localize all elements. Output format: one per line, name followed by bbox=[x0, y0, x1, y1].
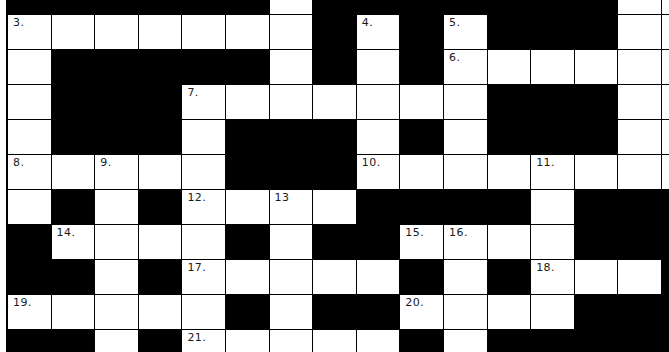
cell-r8c5[interactable]: 17. bbox=[182, 260, 226, 295]
cell-r0c11 bbox=[444, 0, 488, 15]
cell-r6c11 bbox=[444, 190, 488, 225]
cell-r0c3 bbox=[95, 0, 139, 15]
cell-r4c10 bbox=[400, 120, 444, 155]
cell-r8c8[interactable] bbox=[313, 260, 357, 295]
cell-r0c13 bbox=[531, 0, 575, 15]
cell-r9c7[interactable] bbox=[270, 295, 314, 330]
cell-r2c4 bbox=[139, 50, 183, 85]
crossword-grid: 3.4.5.6.7.8.9.10.11.12.1314.15.16.17.18.… bbox=[6, 0, 669, 352]
cell-r5c12[interactable] bbox=[488, 155, 532, 190]
cell-r2c6 bbox=[226, 50, 270, 85]
cell-r3c6[interactable] bbox=[226, 85, 270, 120]
cell-r3c8[interactable] bbox=[313, 85, 357, 120]
cell-r1c4[interactable] bbox=[139, 15, 183, 50]
cell-r10c16 bbox=[662, 330, 669, 352]
cell-r4c1[interactable] bbox=[8, 120, 52, 155]
cell-r5c4[interactable] bbox=[139, 155, 183, 190]
cell-r4c5[interactable] bbox=[182, 120, 226, 155]
cell-r6c14 bbox=[575, 190, 619, 225]
cell-r7c8 bbox=[313, 225, 357, 260]
cell-r4c15[interactable] bbox=[618, 120, 662, 155]
cell-r6c12 bbox=[488, 190, 532, 225]
cell-r8c11[interactable] bbox=[444, 260, 488, 295]
cell-r7c16 bbox=[662, 225, 669, 260]
cell-r1c7[interactable] bbox=[270, 15, 314, 50]
cell-r6c10 bbox=[400, 190, 444, 225]
cell-r7c2[interactable]: 14. bbox=[52, 225, 96, 260]
cell-r8c2 bbox=[52, 260, 96, 295]
cell-r1c3[interactable] bbox=[95, 15, 139, 50]
cell-r7c11[interactable]: 16. bbox=[444, 225, 488, 260]
cell-r10c2 bbox=[52, 330, 96, 352]
cell-r5c15[interactable] bbox=[618, 155, 662, 190]
cell-r5c10[interactable] bbox=[400, 155, 444, 190]
cell-r9c10[interactable]: 20. bbox=[400, 295, 444, 330]
cell-r3c2 bbox=[52, 85, 96, 120]
cell-r9c1[interactable]: 19. bbox=[8, 295, 52, 330]
cell-r0c10 bbox=[400, 0, 444, 15]
cell-r9c8 bbox=[313, 295, 357, 330]
cell-r3c11[interactable] bbox=[444, 85, 488, 120]
cell-r10c1 bbox=[8, 330, 52, 352]
cell-r7c5[interactable] bbox=[182, 225, 226, 260]
cell-r9c2[interactable] bbox=[52, 295, 96, 330]
cell-r7c7[interactable] bbox=[270, 225, 314, 260]
cell-r10c4 bbox=[139, 330, 183, 352]
cell-r9c13[interactable] bbox=[531, 295, 575, 330]
cell-r0c7[interactable] bbox=[270, 0, 314, 15]
cell-r8c4 bbox=[139, 260, 183, 295]
cell-r6c15 bbox=[618, 190, 662, 225]
cell-r2c16[interactable] bbox=[662, 50, 669, 85]
cell-r10c15 bbox=[618, 330, 662, 352]
clue-number: 16. bbox=[449, 227, 468, 238]
cell-r5c1[interactable]: 8. bbox=[8, 155, 52, 190]
cell-r10c14 bbox=[575, 330, 619, 352]
clue-number: 18. bbox=[536, 262, 555, 273]
cell-r6c16 bbox=[662, 190, 669, 225]
cell-r10c10 bbox=[400, 330, 444, 352]
cell-r7c14 bbox=[575, 225, 619, 260]
clue-number: 8. bbox=[13, 157, 25, 168]
cell-r5c11[interactable] bbox=[444, 155, 488, 190]
cell-r3c15[interactable] bbox=[618, 85, 662, 120]
cell-r2c11[interactable]: 6. bbox=[444, 50, 488, 85]
cell-r9c4[interactable] bbox=[139, 295, 183, 330]
cell-r2c7[interactable] bbox=[270, 50, 314, 85]
cell-r9c16 bbox=[662, 295, 669, 330]
cell-r5c2[interactable] bbox=[52, 155, 96, 190]
clue-number: 3. bbox=[13, 17, 25, 28]
cell-r1c5[interactable] bbox=[182, 15, 226, 50]
cell-r8c12 bbox=[488, 260, 532, 295]
cell-r8c1 bbox=[8, 260, 52, 295]
cell-r7c10[interactable]: 15. bbox=[400, 225, 444, 260]
cell-r1c9[interactable]: 4. bbox=[357, 15, 401, 50]
cell-r4c14 bbox=[575, 120, 619, 155]
cell-r8c14[interactable] bbox=[575, 260, 619, 295]
clue-number: 11. bbox=[536, 157, 555, 168]
cell-r0c9 bbox=[357, 0, 401, 15]
cell-r8c6[interactable] bbox=[226, 260, 270, 295]
cell-r9c15 bbox=[618, 295, 662, 330]
cell-r10c12 bbox=[488, 330, 532, 352]
cell-r2c10 bbox=[400, 50, 444, 85]
cell-r10c11[interactable] bbox=[444, 330, 488, 352]
cell-r10c5[interactable]: 21. bbox=[182, 330, 226, 352]
clue-number: 14. bbox=[57, 227, 76, 238]
cell-r9c14 bbox=[575, 295, 619, 330]
cell-r3c12 bbox=[488, 85, 532, 120]
cell-r2c5 bbox=[182, 50, 226, 85]
cell-r0c6 bbox=[226, 0, 270, 15]
cell-r1c13 bbox=[531, 15, 575, 50]
cell-r0c1 bbox=[8, 0, 52, 15]
clue-number: 12. bbox=[187, 192, 206, 203]
cell-r9c9 bbox=[357, 295, 401, 330]
cell-r1c14 bbox=[575, 15, 619, 50]
cell-r9c12[interactable] bbox=[488, 295, 532, 330]
cell-r2c1[interactable] bbox=[8, 50, 52, 85]
cell-r2c9[interactable] bbox=[357, 50, 401, 85]
cell-r9c3[interactable] bbox=[95, 295, 139, 330]
cell-r8c15[interactable] bbox=[618, 260, 662, 295]
clue-number: 6. bbox=[449, 52, 461, 63]
cell-r8c16 bbox=[662, 260, 669, 295]
cell-r4c8 bbox=[313, 120, 357, 155]
cell-r8c10 bbox=[400, 260, 444, 295]
cell-r10c8[interactable] bbox=[313, 330, 357, 352]
cell-r5c5[interactable] bbox=[182, 155, 226, 190]
cell-r2c12[interactable] bbox=[488, 50, 532, 85]
cell-r5c6 bbox=[226, 155, 270, 190]
cell-r8c7[interactable] bbox=[270, 260, 314, 295]
cell-r5c3[interactable]: 9. bbox=[95, 155, 139, 190]
cell-r6c1[interactable] bbox=[8, 190, 52, 225]
cell-r1c8 bbox=[313, 15, 357, 50]
cell-r2c8 bbox=[313, 50, 357, 85]
cell-r4c2 bbox=[52, 120, 96, 155]
cell-r0c5 bbox=[182, 0, 226, 15]
cell-r8c13[interactable]: 18. bbox=[531, 260, 575, 295]
cell-r3c1[interactable] bbox=[8, 85, 52, 120]
cell-r2c14[interactable] bbox=[575, 50, 619, 85]
cell-r4c7 bbox=[270, 120, 314, 155]
cell-r10c3[interactable] bbox=[95, 330, 139, 352]
cell-r1c12 bbox=[488, 15, 532, 50]
cell-r6c8[interactable] bbox=[313, 190, 357, 225]
cell-r7c12[interactable] bbox=[488, 225, 532, 260]
cell-r7c1 bbox=[8, 225, 52, 260]
cell-r6c13[interactable] bbox=[531, 190, 575, 225]
cell-r4c6 bbox=[226, 120, 270, 155]
cell-r6c6[interactable] bbox=[226, 190, 270, 225]
cell-r7c13[interactable] bbox=[531, 225, 575, 260]
cell-r1c11[interactable]: 5. bbox=[444, 15, 488, 50]
cell-r6c7[interactable]: 13 bbox=[270, 190, 314, 225]
cell-r5c13[interactable]: 11. bbox=[531, 155, 575, 190]
cell-r5c7 bbox=[270, 155, 314, 190]
cell-r4c9[interactable] bbox=[357, 120, 401, 155]
cell-r9c6 bbox=[226, 295, 270, 330]
cell-r3c13 bbox=[531, 85, 575, 120]
cell-r4c16[interactable] bbox=[662, 120, 669, 155]
cell-r3c10[interactable] bbox=[400, 85, 444, 120]
cell-r4c4 bbox=[139, 120, 183, 155]
cell-r3c5[interactable]: 7. bbox=[182, 85, 226, 120]
cell-r9c11[interactable] bbox=[444, 295, 488, 330]
cell-r0c2 bbox=[52, 0, 96, 15]
cell-r0c14 bbox=[575, 0, 619, 15]
cell-r0c8 bbox=[313, 0, 357, 15]
cell-r2c13[interactable] bbox=[531, 50, 575, 85]
cell-r7c3[interactable] bbox=[95, 225, 139, 260]
cell-r3c9[interactable] bbox=[357, 85, 401, 120]
cell-r5c8 bbox=[313, 155, 357, 190]
cell-r5c16[interactable] bbox=[662, 155, 669, 190]
clue-number: 10. bbox=[362, 157, 381, 168]
cell-r5c9[interactable]: 10. bbox=[357, 155, 401, 190]
cell-r8c9[interactable] bbox=[357, 260, 401, 295]
cell-r3c3 bbox=[95, 85, 139, 120]
cell-r10c9[interactable] bbox=[357, 330, 401, 352]
cell-r6c3[interactable] bbox=[95, 190, 139, 225]
cell-r1c1[interactable]: 3. bbox=[8, 15, 52, 50]
cell-r3c16[interactable] bbox=[662, 85, 669, 120]
cell-r6c4 bbox=[139, 190, 183, 225]
cell-r1c2[interactable] bbox=[52, 15, 96, 50]
cell-r10c13 bbox=[531, 330, 575, 352]
cell-r7c6 bbox=[226, 225, 270, 260]
cell-r4c11[interactable] bbox=[444, 120, 488, 155]
cell-r2c2 bbox=[52, 50, 96, 85]
clue-number: 17. bbox=[187, 262, 206, 273]
cell-r1c15[interactable] bbox=[618, 15, 662, 50]
clue-number: 13 bbox=[275, 192, 290, 203]
cell-r2c3 bbox=[95, 50, 139, 85]
cell-r3c7[interactable] bbox=[270, 85, 314, 120]
cell-r7c15 bbox=[618, 225, 662, 260]
cell-r1c6[interactable] bbox=[226, 15, 270, 50]
cell-r4c3 bbox=[95, 120, 139, 155]
cell-r0c4 bbox=[139, 0, 183, 15]
cell-r10c7[interactable] bbox=[270, 330, 314, 352]
cell-r1c16[interactable] bbox=[662, 15, 669, 50]
cell-r7c9 bbox=[357, 225, 401, 260]
cell-r10c6[interactable] bbox=[226, 330, 270, 352]
clue-number: 21. bbox=[187, 332, 206, 343]
cell-r4c13 bbox=[531, 120, 575, 155]
cell-r9c5[interactable] bbox=[182, 295, 226, 330]
cell-r6c5[interactable]: 12. bbox=[182, 190, 226, 225]
clue-number: 7. bbox=[187, 87, 199, 98]
cell-r3c14 bbox=[575, 85, 619, 120]
cell-r0c12 bbox=[488, 0, 532, 15]
cell-r3c4 bbox=[139, 85, 183, 120]
clue-number: 9. bbox=[100, 157, 112, 168]
clue-number: 15. bbox=[405, 227, 424, 238]
clue-number: 5. bbox=[449, 17, 461, 28]
cell-r6c2 bbox=[52, 190, 96, 225]
clue-number: 19. bbox=[13, 297, 32, 308]
clue-number: 4. bbox=[362, 17, 374, 28]
cell-r4c12 bbox=[488, 120, 532, 155]
cell-r7c4[interactable] bbox=[139, 225, 183, 260]
cell-r2c15[interactable] bbox=[618, 50, 662, 85]
cell-r0c16[interactable] bbox=[662, 0, 669, 15]
cell-r0c15[interactable] bbox=[618, 0, 662, 15]
cell-r6c9 bbox=[357, 190, 401, 225]
cell-r8c3[interactable] bbox=[95, 260, 139, 295]
cell-r1c10 bbox=[400, 15, 444, 50]
cell-r5c14[interactable] bbox=[575, 155, 619, 190]
clue-number: 20. bbox=[405, 297, 424, 308]
